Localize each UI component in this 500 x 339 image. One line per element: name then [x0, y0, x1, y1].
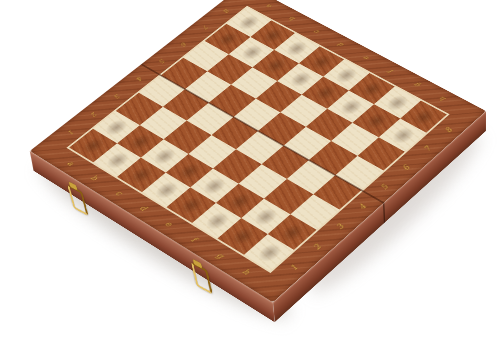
rank-label-7: 7: [421, 145, 433, 153]
rank-label-4: 4: [356, 203, 368, 211]
rank-label-far-4: 4: [134, 75, 144, 81]
piece-white-rook-h1[interactable]: ♜: [237, 214, 300, 254]
rank-label-1: 1: [288, 264, 300, 272]
rank-label-far-5: 5: [157, 58, 167, 64]
file-label-h: h: [240, 267, 252, 276]
square-h5[interactable]: [335, 156, 383, 190]
square-g5[interactable]: [309, 141, 357, 175]
square-f5[interactable]: [283, 127, 331, 160]
brass-clasp: [67, 184, 89, 217]
rank-label-5: 5: [378, 183, 390, 191]
chess-board: aabbccddeeffgghh1122334455667788 ♜♞♝♛♚♝♞…: [30, 0, 486, 302]
rank-label-2: 2: [311, 243, 323, 251]
rank-label-far-6: 6: [179, 41, 189, 47]
file-label-d: d: [138, 204, 149, 213]
file-label-f: f: [189, 236, 199, 244]
brass-clasp: [191, 261, 213, 295]
perspective-wrapper: aabbccddeeffgghh1122334455667788 ♜♞♝♛♚♝♞…: [0, 0, 500, 339]
file-label-c: c: [113, 189, 124, 197]
file-label-e: e: [163, 220, 174, 228]
chess-set-photo: aabbccddeeffgghh1122334455667788 ♜♞♝♛♚♝♞…: [0, 0, 500, 339]
square-h6[interactable]: [357, 137, 405, 171]
rank-label-6: 6: [400, 164, 412, 172]
rank-label-8: 8: [443, 126, 455, 133]
file-label-a: a: [65, 159, 76, 167]
file-label-b: b: [89, 174, 100, 182]
file-label-g: g: [214, 251, 226, 260]
piece-black-pawn-h7[interactable]: ♟: [372, 101, 432, 137]
rank-label-3: 3: [334, 223, 346, 231]
